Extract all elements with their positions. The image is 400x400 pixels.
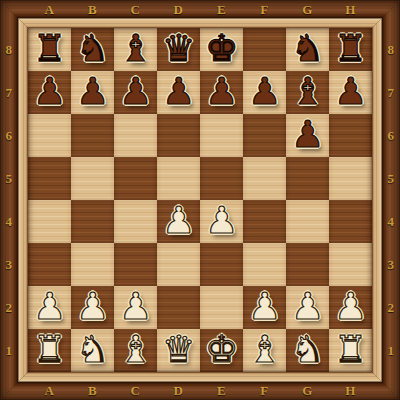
black-pawn[interactable]: ♟ xyxy=(248,73,281,110)
square-d8[interactable]: ♛ xyxy=(157,28,200,71)
white-pawn[interactable]: ♟ xyxy=(119,288,152,325)
file-label-f: F xyxy=(243,0,286,19)
square-c7[interactable]: ♟ xyxy=(114,71,157,114)
white-knight[interactable]: ♞ xyxy=(76,331,109,368)
square-d2[interactable] xyxy=(157,286,200,329)
file-label-a: A xyxy=(28,381,71,400)
file-label-b: B xyxy=(71,381,114,400)
square-c5[interactable] xyxy=(114,157,157,200)
square-f2[interactable]: ♟ xyxy=(243,286,286,329)
files-bottom: ABCDEFGH xyxy=(28,381,372,400)
rank-label-8: 8 xyxy=(382,28,400,71)
rank-label-1: 1 xyxy=(0,329,18,372)
square-b1[interactable]: ♞ xyxy=(71,329,114,372)
white-queen[interactable]: ♛ xyxy=(162,331,195,368)
square-e7[interactable]: ♟ xyxy=(200,71,243,114)
chessboard: ABCDEFGH ABCDEFGH 87654321 87654321 ♜♞♝♛… xyxy=(0,0,400,400)
files-top: ABCDEFGH xyxy=(28,0,372,19)
rank-label-4: 4 xyxy=(0,200,18,243)
black-king[interactable]: ♚ xyxy=(205,30,238,67)
white-rook[interactable]: ♜ xyxy=(334,331,367,368)
square-a2[interactable]: ♟ xyxy=(28,286,71,329)
file-label-c: C xyxy=(114,381,157,400)
rank-label-1: 1 xyxy=(382,329,400,372)
board: ♜♞♝♛♚♞♜♟♟♟♟♟♟♝♟♟♟♟♟♟♟♟♟♟♜♞♝♛♚♝♞♜ xyxy=(28,28,372,372)
black-pawn[interactable]: ♟ xyxy=(119,73,152,110)
square-g2[interactable]: ♟ xyxy=(286,286,329,329)
file-label-e: E xyxy=(200,0,243,19)
square-h6[interactable] xyxy=(329,114,372,157)
square-h8[interactable]: ♜ xyxy=(329,28,372,71)
square-e5[interactable] xyxy=(200,157,243,200)
square-e6[interactable] xyxy=(200,114,243,157)
square-b3[interactable] xyxy=(71,243,114,286)
square-h7[interactable]: ♟ xyxy=(329,71,372,114)
square-a7[interactable]: ♟ xyxy=(28,71,71,114)
rank-label-6: 6 xyxy=(0,114,18,157)
file-label-h: H xyxy=(329,0,372,19)
square-g4[interactable] xyxy=(286,200,329,243)
rank-label-2: 2 xyxy=(382,286,400,329)
square-c3[interactable] xyxy=(114,243,157,286)
square-b8[interactable]: ♞ xyxy=(71,28,114,71)
square-a8[interactable]: ♜ xyxy=(28,28,71,71)
square-a3[interactable] xyxy=(28,243,71,286)
white-bishop[interactable]: ♝ xyxy=(119,331,152,368)
square-g3[interactable] xyxy=(286,243,329,286)
square-c6[interactable] xyxy=(114,114,157,157)
square-b2[interactable]: ♟ xyxy=(71,286,114,329)
square-g6[interactable]: ♟ xyxy=(286,114,329,157)
black-pawn[interactable]: ♟ xyxy=(205,73,238,110)
square-f4[interactable] xyxy=(243,200,286,243)
square-d3[interactable] xyxy=(157,243,200,286)
rank-label-5: 5 xyxy=(0,157,18,200)
square-e8[interactable]: ♚ xyxy=(200,28,243,71)
file-label-c: C xyxy=(114,0,157,19)
square-g5[interactable] xyxy=(286,157,329,200)
square-b6[interactable] xyxy=(71,114,114,157)
square-a5[interactable] xyxy=(28,157,71,200)
square-g8[interactable]: ♞ xyxy=(286,28,329,71)
black-pawn[interactable]: ♟ xyxy=(291,116,324,153)
black-knight[interactable]: ♞ xyxy=(76,30,109,67)
black-rook[interactable]: ♜ xyxy=(334,30,367,67)
rank-label-7: 7 xyxy=(0,71,18,114)
rank-label-2: 2 xyxy=(0,286,18,329)
square-e2[interactable] xyxy=(200,286,243,329)
rank-label-5: 5 xyxy=(382,157,400,200)
rank-label-7: 7 xyxy=(382,71,400,114)
file-label-d: D xyxy=(157,381,200,400)
square-f1[interactable]: ♝ xyxy=(243,329,286,372)
square-c4[interactable] xyxy=(114,200,157,243)
square-c2[interactable]: ♟ xyxy=(114,286,157,329)
ranks-left: 87654321 xyxy=(0,28,18,372)
square-f6[interactable] xyxy=(243,114,286,157)
rank-label-3: 3 xyxy=(0,243,18,286)
square-e3[interactable] xyxy=(200,243,243,286)
square-f8[interactable] xyxy=(243,28,286,71)
file-label-g: G xyxy=(286,0,329,19)
white-pawn[interactable]: ♟ xyxy=(162,202,195,239)
black-pawn[interactable]: ♟ xyxy=(162,73,195,110)
file-label-b: B xyxy=(71,0,114,19)
file-label-a: A xyxy=(28,0,71,19)
black-rook[interactable]: ♜ xyxy=(33,30,66,67)
square-e1[interactable]: ♚ xyxy=(200,329,243,372)
square-h5[interactable] xyxy=(329,157,372,200)
square-b7[interactable]: ♟ xyxy=(71,71,114,114)
white-knight[interactable]: ♞ xyxy=(291,331,324,368)
square-d5[interactable] xyxy=(157,157,200,200)
white-pawn[interactable]: ♟ xyxy=(205,202,238,239)
rank-label-4: 4 xyxy=(382,200,400,243)
square-c8[interactable]: ♝ xyxy=(114,28,157,71)
square-b5[interactable] xyxy=(71,157,114,200)
black-pawn[interactable]: ♟ xyxy=(33,73,66,110)
square-d6[interactable] xyxy=(157,114,200,157)
square-h3[interactable] xyxy=(329,243,372,286)
square-a1[interactable]: ♜ xyxy=(28,329,71,372)
file-label-e: E xyxy=(200,381,243,400)
square-a6[interactable] xyxy=(28,114,71,157)
square-d7[interactable]: ♟ xyxy=(157,71,200,114)
white-pawn[interactable]: ♟ xyxy=(248,288,281,325)
rank-label-8: 8 xyxy=(0,28,18,71)
white-bishop[interactable]: ♝ xyxy=(248,331,281,368)
black-pawn[interactable]: ♟ xyxy=(334,73,367,110)
black-bishop[interactable]: ♝ xyxy=(119,30,152,67)
square-f7[interactable]: ♟ xyxy=(243,71,286,114)
square-b4[interactable] xyxy=(71,200,114,243)
square-d1[interactable]: ♛ xyxy=(157,329,200,372)
square-g7[interactable]: ♝ xyxy=(286,71,329,114)
white-pawn[interactable]: ♟ xyxy=(291,288,324,325)
square-h4[interactable] xyxy=(329,200,372,243)
square-c1[interactable]: ♝ xyxy=(114,329,157,372)
square-d4[interactable]: ♟ xyxy=(157,200,200,243)
black-bishop[interactable]: ♝ xyxy=(291,73,324,110)
rank-label-6: 6 xyxy=(382,114,400,157)
black-knight[interactable]: ♞ xyxy=(291,30,324,67)
file-label-h: H xyxy=(329,381,372,400)
black-queen[interactable]: ♛ xyxy=(162,30,195,67)
square-f3[interactable] xyxy=(243,243,286,286)
white-pawn[interactable]: ♟ xyxy=(334,288,367,325)
white-pawn[interactable]: ♟ xyxy=(33,288,66,325)
square-e4[interactable]: ♟ xyxy=(200,200,243,243)
ranks-right: 87654321 xyxy=(382,28,400,372)
white-pawn[interactable]: ♟ xyxy=(76,288,109,325)
square-f5[interactable] xyxy=(243,157,286,200)
black-pawn[interactable]: ♟ xyxy=(76,73,109,110)
square-a4[interactable] xyxy=(28,200,71,243)
file-label-g: G xyxy=(286,381,329,400)
white-king[interactable]: ♚ xyxy=(205,331,238,368)
rank-label-3: 3 xyxy=(382,243,400,286)
file-label-f: F xyxy=(243,381,286,400)
square-h1[interactable]: ♜ xyxy=(329,329,372,372)
square-g1[interactable]: ♞ xyxy=(286,329,329,372)
white-rook[interactable]: ♜ xyxy=(33,331,66,368)
file-label-d: D xyxy=(157,0,200,19)
square-h2[interactable]: ♟ xyxy=(329,286,372,329)
